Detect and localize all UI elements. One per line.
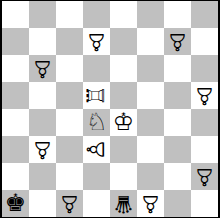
square-b7[interactable] (29, 28, 56, 55)
white-inverted-pawn: ♙ (29, 136, 56, 163)
white-inverted-pawn: ♙ (191, 82, 218, 109)
white-sideways-pawn: ♙ (83, 136, 110, 163)
square-a2[interactable] (2, 163, 29, 190)
square-c6[interactable] (56, 55, 83, 82)
square-h5[interactable]: ♙ (191, 82, 218, 109)
square-a4[interactable] (2, 109, 29, 136)
white-inverted-pawn: ♙ (29, 55, 56, 82)
square-e3[interactable] (110, 136, 137, 163)
square-g3[interactable] (164, 136, 191, 163)
square-e6[interactable] (110, 55, 137, 82)
square-h1[interactable] (191, 190, 218, 217)
black-inverted-queen: ♛ (110, 190, 137, 217)
square-b2[interactable] (29, 163, 56, 190)
square-e7[interactable] (110, 28, 137, 55)
square-d8[interactable] (83, 1, 110, 28)
white-inverted-pawn: ♙ (83, 28, 110, 55)
white-king: ♔ (110, 109, 137, 136)
square-f2[interactable] (137, 163, 164, 190)
black-king: ♚ (2, 190, 29, 217)
square-d6[interactable] (83, 55, 110, 82)
white-inverted-pawn: ♙ (164, 28, 191, 55)
square-b6[interactable]: ♙ (29, 55, 56, 82)
square-a7[interactable] (2, 28, 29, 55)
square-h3[interactable] (191, 136, 218, 163)
square-f3[interactable] (137, 136, 164, 163)
square-c3[interactable] (56, 136, 83, 163)
square-b4[interactable] (29, 109, 56, 136)
square-g7[interactable]: ♙ (164, 28, 191, 55)
square-e5[interactable] (110, 82, 137, 109)
square-e8[interactable] (110, 1, 137, 28)
square-b3[interactable]: ♙ (29, 136, 56, 163)
square-e4[interactable]: ♔ (110, 109, 137, 136)
square-f6[interactable] (137, 55, 164, 82)
square-d5[interactable]: ♖ (83, 82, 110, 109)
square-g8[interactable] (164, 1, 191, 28)
square-c5[interactable] (56, 82, 83, 109)
square-b5[interactable] (29, 82, 56, 109)
square-f5[interactable] (137, 82, 164, 109)
square-h4[interactable] (191, 109, 218, 136)
square-h6[interactable] (191, 55, 218, 82)
square-b8[interactable] (29, 1, 56, 28)
square-a5[interactable] (2, 82, 29, 109)
white-inverted-pawn: ♙ (56, 190, 83, 217)
square-h7[interactable] (191, 28, 218, 55)
square-c8[interactable] (56, 1, 83, 28)
square-f4[interactable] (137, 109, 164, 136)
square-g1[interactable] (164, 190, 191, 217)
square-e2[interactable] (110, 163, 137, 190)
square-g2[interactable] (164, 163, 191, 190)
square-a8[interactable] (2, 1, 29, 28)
square-c2[interactable] (56, 163, 83, 190)
square-a6[interactable] (2, 55, 29, 82)
square-g6[interactable] (164, 55, 191, 82)
square-g5[interactable] (164, 82, 191, 109)
square-d2[interactable] (83, 163, 110, 190)
square-d4[interactable]: ♘ (83, 109, 110, 136)
white-sideways-rook: ♖ (83, 82, 110, 109)
white-knight: ♘ (83, 109, 110, 136)
square-d7[interactable]: ♙ (83, 28, 110, 55)
square-f8[interactable] (137, 1, 164, 28)
white-inverted-pawn: ♙ (137, 190, 164, 217)
square-g4[interactable] (164, 109, 191, 136)
square-e1[interactable]: ♛ (110, 190, 137, 217)
square-f1[interactable]: ♙ (137, 190, 164, 217)
white-inverted-pawn: ♙ (191, 163, 218, 190)
square-h8[interactable] (191, 1, 218, 28)
square-c7[interactable] (56, 28, 83, 55)
square-c4[interactable] (56, 109, 83, 136)
square-f7[interactable] (137, 28, 164, 55)
square-a1[interactable]: ♚ (2, 190, 29, 217)
square-d3[interactable]: ♙ (83, 136, 110, 163)
square-a3[interactable] (2, 136, 29, 163)
square-h2[interactable]: ♙ (191, 163, 218, 190)
fairy-chess-diagram: ♙♙♙♖♙♘♔♙♙♙♚♙♛♙ (0, 0, 220, 218)
square-d1[interactable] (83, 190, 110, 217)
square-b1[interactable] (29, 190, 56, 217)
chess-board: ♙♙♙♖♙♘♔♙♙♙♚♙♛♙ (0, 0, 220, 218)
square-c1[interactable]: ♙ (56, 190, 83, 217)
